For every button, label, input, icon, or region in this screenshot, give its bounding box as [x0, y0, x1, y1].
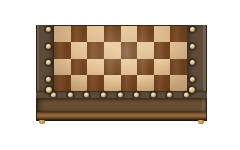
board-square[interactable] [54, 26, 71, 42]
board-square[interactable] [170, 26, 187, 42]
board-square[interactable] [137, 75, 154, 91]
stud-icon [134, 92, 139, 97]
board-square[interactable] [71, 42, 88, 58]
board-square[interactable] [71, 59, 88, 75]
stud-icon [101, 92, 106, 97]
board-square[interactable] [104, 26, 121, 42]
board-square[interactable] [87, 42, 104, 58]
board-square[interactable] [121, 75, 138, 91]
stud-rail [36, 91, 207, 98]
corner-stud-icon [46, 87, 52, 93]
board-square[interactable] [54, 75, 71, 91]
board-square[interactable] [121, 42, 138, 58]
stud-icon [51, 92, 56, 97]
stud-icon [46, 60, 51, 65]
stud-icon [46, 44, 51, 49]
board-square[interactable] [154, 75, 171, 91]
board-square[interactable] [154, 59, 171, 75]
stud-icon [184, 92, 189, 97]
brass-foot-left [39, 120, 45, 124]
brass-foot-right [198, 120, 204, 124]
stud-column-left [46, 27, 51, 82]
board-square[interactable] [54, 42, 71, 58]
corner-stud-icon [189, 87, 195, 93]
board-square[interactable] [170, 59, 187, 75]
stud-icon [151, 92, 156, 97]
product-photo [0, 0, 240, 150]
stud-row-bottom [51, 92, 189, 97]
board-square[interactable] [54, 59, 71, 75]
board-frame-left [36, 25, 54, 91]
board-square[interactable] [71, 75, 88, 91]
board-square[interactable] [87, 26, 104, 42]
board-square[interactable] [104, 59, 121, 75]
stud-icon [84, 92, 89, 97]
case-front-panel [36, 98, 207, 112]
board-square[interactable] [154, 42, 171, 58]
board-square[interactable] [121, 59, 138, 75]
stud-icon [68, 92, 73, 97]
board-square[interactable] [87, 59, 104, 75]
board-square[interactable] [137, 26, 154, 42]
stud-icon [46, 77, 51, 82]
stud-icon [190, 60, 195, 65]
chess-case [36, 25, 207, 121]
board-square[interactable] [170, 75, 187, 91]
board-square[interactable] [170, 42, 187, 58]
board-square[interactable] [71, 26, 88, 42]
board-top-surface [36, 25, 207, 91]
board-square[interactable] [104, 75, 121, 91]
stud-icon [190, 77, 195, 82]
board-square[interactable] [137, 59, 154, 75]
board-square[interactable] [104, 42, 121, 58]
stud-icon [190, 27, 195, 32]
board-square[interactable] [121, 26, 138, 42]
case-bottom-edge [36, 112, 207, 121]
chess-board [54, 26, 187, 91]
stud-icon [167, 92, 172, 97]
stud-icon [46, 27, 51, 32]
board-square[interactable] [154, 26, 171, 42]
stud-icon [118, 92, 123, 97]
stud-icon [190, 44, 195, 49]
board-square[interactable] [87, 75, 104, 91]
stud-column-right [190, 27, 195, 82]
board-square[interactable] [137, 42, 154, 58]
board-frame-right [187, 25, 207, 91]
